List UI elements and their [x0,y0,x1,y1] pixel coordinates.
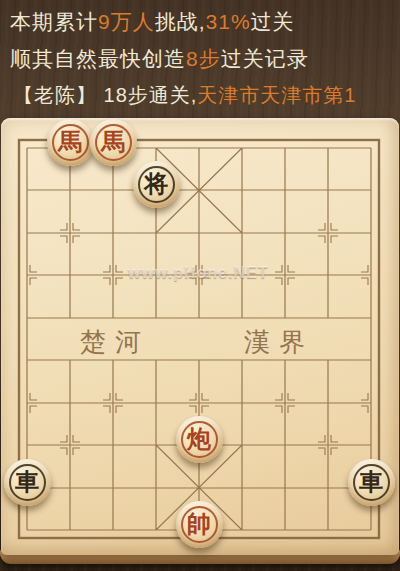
watermark: www.pHone.NET [128,264,268,282]
piece-glyph: 馬 [101,130,125,154]
black-general[interactable]: 将 [133,161,180,208]
grid-lines [27,148,371,530]
red-horse[interactable]: 馬 [47,119,94,166]
black-chariot[interactable]: 車 [4,459,51,506]
red-horse[interactable]: 馬 [90,119,137,166]
piece-glyph: 将 [144,172,168,196]
piece-glyph: 車 [15,470,39,494]
red-general[interactable]: 帥 [176,501,223,548]
black-chariot[interactable]: 車 [348,459,395,506]
piece-glyph: 帥 [187,512,211,536]
river-label-left: 楚河 [80,325,150,360]
red-cannon[interactable]: 炮 [176,416,223,463]
puzzle-screen: 本期累计9万人挑战,31%过关 顺其自然最快创造8步过关记录 【老陈】 18步通… [0,0,400,571]
piece-glyph: 炮 [187,427,211,451]
piece-glyph: 車 [359,470,383,494]
piece-glyph: 馬 [58,130,82,154]
board-grid [0,0,400,571]
river-label-right: 漢界 [244,325,314,360]
